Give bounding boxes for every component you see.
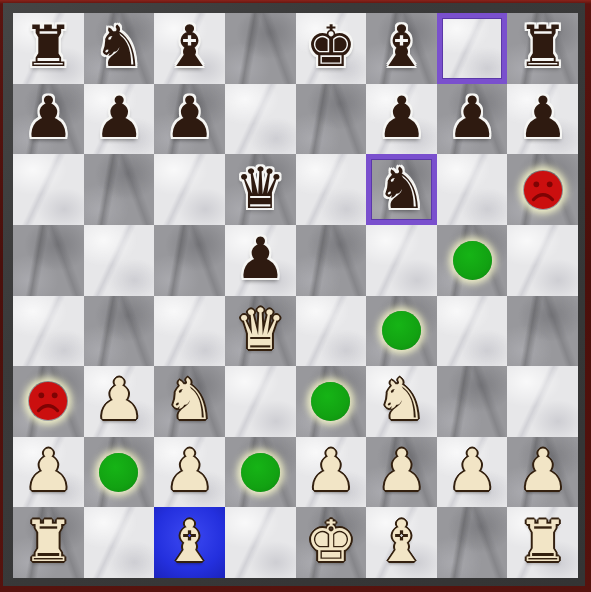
square-c4[interactable] — [154, 296, 225, 367]
square-h7[interactable]: ♟ — [507, 84, 578, 155]
black-pawn[interactable]: ♟ — [366, 84, 437, 155]
square-h2[interactable]: ♟ — [507, 437, 578, 508]
white-knight[interactable]: ♞ — [154, 366, 225, 437]
square-b7[interactable]: ♟ — [84, 84, 155, 155]
square-b8[interactable]: ♞ — [84, 13, 155, 84]
black-pawn[interactable]: ♟ — [154, 84, 225, 155]
legal-move-dot[interactable] — [99, 453, 138, 492]
square-d2[interactable] — [225, 437, 296, 508]
warning-sad-face-icon[interactable] — [28, 381, 68, 421]
black-knight[interactable]: ♞ — [84, 13, 155, 84]
black-pawn[interactable]: ♟ — [437, 84, 508, 155]
square-f7[interactable]: ♟ — [366, 84, 437, 155]
square-h1[interactable]: ♜ — [507, 507, 578, 578]
black-bishop[interactable]: ♝ — [154, 13, 225, 84]
square-g3[interactable] — [437, 366, 508, 437]
square-e3[interactable] — [296, 366, 367, 437]
square-d5[interactable]: ♟ — [225, 225, 296, 296]
square-e6[interactable] — [296, 154, 367, 225]
legal-move-dot[interactable] — [453, 241, 492, 280]
square-e8[interactable]: ♚ — [296, 13, 367, 84]
square-c3[interactable]: ♞ — [154, 366, 225, 437]
square-g1[interactable] — [437, 507, 508, 578]
square-h5[interactable] — [507, 225, 578, 296]
square-f6[interactable]: ♞ — [366, 154, 437, 225]
square-g4[interactable] — [437, 296, 508, 367]
square-c8[interactable]: ♝ — [154, 13, 225, 84]
square-f5[interactable] — [366, 225, 437, 296]
square-f1[interactable]: ♝ — [366, 507, 437, 578]
square-a4[interactable] — [13, 296, 84, 367]
square-d7[interactable] — [225, 84, 296, 155]
warning-sad-face-icon[interactable] — [523, 170, 563, 210]
square-a3[interactable] — [13, 366, 84, 437]
legal-move-dot[interactable] — [382, 311, 421, 350]
white-pawn[interactable]: ♟ — [13, 437, 84, 508]
legal-move-dot[interactable] — [241, 453, 280, 492]
square-f4[interactable] — [366, 296, 437, 367]
black-knight[interactable]: ♞ — [366, 154, 437, 225]
white-pawn[interactable]: ♟ — [154, 437, 225, 508]
white-pawn[interactable]: ♟ — [296, 437, 367, 508]
white-bishop[interactable]: ♝ — [154, 507, 225, 578]
square-b2[interactable] — [84, 437, 155, 508]
square-f8[interactable]: ♝ — [366, 13, 437, 84]
square-e2[interactable]: ♟ — [296, 437, 367, 508]
chess-board: ♜♞♝♚♝♜♟♟♟♟♟♟♛♞♟♛♟♞♞♟♟♟♟♟♟♜♝♚♝♜ — [13, 13, 578, 578]
white-king[interactable]: ♚ — [296, 507, 367, 578]
square-a1[interactable]: ♜ — [13, 507, 84, 578]
square-e5[interactable] — [296, 225, 367, 296]
square-h8[interactable]: ♜ — [507, 13, 578, 84]
white-pawn[interactable]: ♟ — [366, 437, 437, 508]
black-pawn[interactable]: ♟ — [84, 84, 155, 155]
square-a2[interactable]: ♟ — [13, 437, 84, 508]
legal-move-dot[interactable] — [311, 382, 350, 421]
square-e7[interactable] — [296, 84, 367, 155]
square-h6[interactable] — [507, 154, 578, 225]
square-d1[interactable] — [225, 507, 296, 578]
square-a8[interactable]: ♜ — [13, 13, 84, 84]
square-g6[interactable] — [437, 154, 508, 225]
white-pawn[interactable]: ♟ — [507, 437, 578, 508]
white-pawn[interactable]: ♟ — [437, 437, 508, 508]
square-c6[interactable] — [154, 154, 225, 225]
square-d3[interactable] — [225, 366, 296, 437]
square-e4[interactable] — [296, 296, 367, 367]
square-e1[interactable]: ♚ — [296, 507, 367, 578]
black-rook[interactable]: ♜ — [13, 13, 84, 84]
square-g2[interactable]: ♟ — [437, 437, 508, 508]
black-pawn[interactable]: ♟ — [507, 84, 578, 155]
square-g7[interactable]: ♟ — [437, 84, 508, 155]
square-f3[interactable]: ♞ — [366, 366, 437, 437]
square-f2[interactable]: ♟ — [366, 437, 437, 508]
square-d6[interactable]: ♛ — [225, 154, 296, 225]
square-b1[interactable] — [84, 507, 155, 578]
square-b4[interactable] — [84, 296, 155, 367]
square-b6[interactable] — [84, 154, 155, 225]
square-c7[interactable]: ♟ — [154, 84, 225, 155]
white-pawn[interactable]: ♟ — [84, 366, 155, 437]
square-b5[interactable] — [84, 225, 155, 296]
square-c1[interactable]: ♝ — [154, 507, 225, 578]
square-a7[interactable]: ♟ — [13, 84, 84, 155]
white-queen[interactable]: ♛ — [225, 296, 296, 367]
square-g8[interactable] — [437, 13, 508, 84]
black-pawn[interactable]: ♟ — [225, 225, 296, 296]
square-h4[interactable] — [507, 296, 578, 367]
square-b3[interactable]: ♟ — [84, 366, 155, 437]
black-king[interactable]: ♚ — [296, 13, 367, 84]
black-queen[interactable]: ♛ — [225, 154, 296, 225]
square-g5[interactable] — [437, 225, 508, 296]
black-rook[interactable]: ♜ — [507, 13, 578, 84]
black-bishop[interactable]: ♝ — [366, 13, 437, 84]
square-h3[interactable] — [507, 366, 578, 437]
square-c5[interactable] — [154, 225, 225, 296]
black-pawn[interactable]: ♟ — [13, 84, 84, 155]
square-a6[interactable] — [13, 154, 84, 225]
white-knight[interactable]: ♞ — [366, 366, 437, 437]
white-rook[interactable]: ♜ — [507, 507, 578, 578]
square-a5[interactable] — [13, 225, 84, 296]
square-c2[interactable]: ♟ — [154, 437, 225, 508]
square-d8[interactable] — [225, 13, 296, 84]
white-rook[interactable]: ♜ — [13, 507, 84, 578]
square-d4[interactable]: ♛ — [225, 296, 296, 367]
white-bishop[interactable]: ♝ — [366, 507, 437, 578]
